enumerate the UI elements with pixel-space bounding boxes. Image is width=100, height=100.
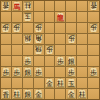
cell-2-9[interactable]: 桂	[77, 89, 88, 99]
cell-2-4[interactable]	[77, 34, 88, 45]
cell-6-9[interactable]: 金	[34, 89, 45, 99]
cell-5-9[interactable]	[45, 89, 56, 99]
cell-7-6[interactable]: 歩	[23, 56, 34, 67]
cell-6-8[interactable]	[34, 78, 45, 89]
cell-3-2[interactable]	[66, 12, 77, 23]
shogi-piece-sente-37[interactable]: 歩	[67, 67, 76, 77]
cell-4-5[interactable]	[55, 45, 66, 56]
cell-7-3[interactable]	[23, 23, 34, 34]
piece-kanji: 玉	[24, 12, 31, 21]
shogi-piece-gote-74[interactable]: 銀	[23, 34, 32, 44]
shogi-piece-sente-89[interactable]: 桂	[12, 89, 21, 99]
shogi-piece-sente-38[interactable]: 玉	[67, 78, 76, 88]
cell-5-7[interactable]	[45, 67, 56, 78]
cell-3-8[interactable]: 玉	[66, 78, 77, 89]
cell-3-9[interactable]: 金	[66, 89, 77, 99]
cell-4-7[interactable]	[55, 67, 66, 78]
cell-8-5[interactable]	[12, 45, 23, 56]
cell-2-8[interactable]	[77, 78, 88, 89]
piece-kanji: 歩	[13, 69, 20, 78]
piece-kanji: 桂	[24, 1, 31, 10]
cell-4-2[interactable]: 龍	[55, 12, 66, 23]
cell-5-5[interactable]: 歩	[45, 45, 56, 56]
cell-9-7[interactable]: 歩	[1, 67, 12, 78]
piece-kanji: 歩	[90, 69, 97, 78]
shogi-piece-gote-11[interactable]: 香	[89, 1, 98, 11]
cell-3-5[interactable]	[66, 45, 77, 56]
piece-kanji: 歩	[68, 34, 75, 43]
piece-kanji: 龍	[57, 14, 64, 23]
cell-6-5[interactable]: 飛	[34, 45, 45, 56]
cell-6-1[interactable]	[34, 1, 45, 12]
shogi-piece-gote-34[interactable]: 歩	[67, 34, 76, 44]
piece-kanji: 銀	[24, 34, 31, 43]
cell-5-6[interactable]	[45, 56, 56, 67]
cell-1-8[interactable]	[88, 78, 99, 89]
cell-6-2[interactable]	[34, 12, 45, 23]
cell-6-4[interactable]: 角	[34, 34, 45, 45]
piece-kanji: 歩	[35, 69, 42, 78]
shogi-piece-gote-65[interactable]: 飛	[34, 45, 43, 55]
cell-3-3[interactable]	[66, 23, 77, 34]
cell-2-1[interactable]	[77, 1, 88, 12]
cell-2-7[interactable]	[77, 67, 88, 78]
shogi-piece-sente-67[interactable]: 歩	[34, 67, 43, 77]
cell-3-4[interactable]: 歩	[66, 34, 77, 45]
cell-5-4[interactable]	[45, 34, 56, 45]
cell-1-5[interactable]	[88, 45, 99, 56]
cell-7-7[interactable]: 銀	[23, 67, 34, 78]
cell-3-1[interactable]	[66, 1, 77, 12]
piece-kanji: 馬	[13, 3, 20, 12]
cell-4-9[interactable]	[55, 89, 66, 99]
shogi-piece-sente-46[interactable]: 歩	[56, 56, 65, 66]
piece-kanji: 玉	[68, 80, 75, 89]
piece-kanji: 桂	[57, 80, 64, 89]
cell-1-7[interactable]: 歩	[88, 67, 99, 78]
cell-4-4[interactable]	[55, 34, 66, 45]
piece-kanji: 香	[2, 1, 9, 10]
cell-7-1[interactable]: 桂	[23, 1, 34, 12]
cell-9-3[interactable]: 歩	[1, 23, 12, 34]
cell-1-4[interactable]	[88, 34, 99, 45]
cell-1-3[interactable]: 歩	[88, 23, 99, 34]
piece-kanji: 香	[90, 1, 97, 10]
shogi-piece-sente-77[interactable]: 銀	[23, 67, 32, 77]
piece-kanji: 桂	[79, 91, 86, 100]
shogi-piece-sente-81[interactable]: 馬	[12, 1, 21, 11]
cell-6-6[interactable]	[34, 56, 45, 67]
cell-8-6[interactable]	[12, 56, 23, 67]
shogi-piece-gote-83[interactable]: 歩	[12, 23, 21, 33]
shogi-piece-gote-71[interactable]: 桂	[23, 1, 32, 11]
piece-kanji: 歩	[46, 45, 53, 54]
piece-kanji: 歩	[2, 23, 9, 32]
cell-8-1[interactable]: 馬	[12, 1, 23, 12]
cell-9-5[interactable]	[1, 45, 12, 56]
cell-7-5[interactable]	[23, 45, 34, 56]
cell-8-2[interactable]	[12, 12, 23, 23]
piece-kanji: 金	[68, 91, 75, 100]
piece-kanji: 金	[35, 91, 42, 100]
shogi-piece-gote-55[interactable]: 歩	[45, 45, 54, 55]
piece-kanji: 飛	[35, 45, 42, 54]
cell-3-6[interactable]: 銀	[66, 56, 77, 67]
cell-2-3[interactable]	[77, 23, 88, 34]
cell-1-1[interactable]: 香	[88, 1, 99, 12]
piece-kanji: 銀	[24, 69, 31, 78]
shogi-piece-gote-63[interactable]: 歩	[34, 23, 43, 33]
shogi-piece-sente-48[interactable]: 桂	[56, 78, 65, 88]
shogi-piece-sente-39[interactable]: 金	[67, 89, 76, 99]
piece-kanji: 歩	[2, 69, 9, 78]
cell-3-7[interactable]: 歩	[66, 67, 77, 78]
cell-5-8[interactable]: 金	[45, 78, 56, 89]
cell-5-2[interactable]	[45, 12, 56, 23]
cell-6-3[interactable]: 歩	[34, 23, 45, 34]
shogi-piece-gote-64[interactable]: 角	[34, 34, 43, 44]
piece-kanji: 歩	[35, 23, 42, 32]
shogi-piece-sente-69[interactable]: 金	[34, 89, 43, 99]
shogi-piece-gote-91[interactable]: 香	[1, 1, 10, 11]
cell-2-2[interactable]	[77, 12, 88, 23]
cell-9-1[interactable]: 香	[1, 1, 12, 12]
cell-8-4[interactable]	[12, 34, 23, 45]
cell-9-9[interactable]: 香	[1, 89, 12, 99]
cell-5-1[interactable]	[45, 1, 56, 12]
cell-8-7[interactable]: 歩	[12, 67, 23, 78]
piece-kanji: 銀	[24, 91, 31, 100]
cell-9-2[interactable]	[1, 12, 12, 23]
shogi-piece-sente-97[interactable]: 歩	[1, 67, 10, 77]
shogi-piece-gote-93[interactable]: 歩	[1, 23, 10, 33]
cell-4-3[interactable]	[55, 23, 66, 34]
piece-kanji: 歩	[24, 58, 31, 67]
cell-9-4[interactable]	[1, 34, 12, 45]
piece-kanji: 銀	[68, 58, 75, 67]
shogi-piece-sente-87[interactable]: 歩	[12, 67, 21, 77]
shogi-piece-gote-13[interactable]: 歩	[89, 23, 98, 33]
cell-4-6[interactable]: 歩	[55, 56, 66, 67]
shogi-piece-sente-29[interactable]: 桂	[78, 89, 87, 99]
piece-kanji: 角	[35, 34, 42, 43]
cell-9-8[interactable]	[1, 78, 12, 89]
shogi-piece-sente-76[interactable]: 歩	[23, 56, 32, 66]
piece-kanji: 金	[46, 80, 53, 89]
shogi-piece-sente-58[interactable]: 金	[45, 78, 54, 88]
cell-7-8[interactable]	[23, 78, 34, 89]
piece-kanji: 歩	[90, 23, 97, 32]
cell-2-5[interactable]	[77, 45, 88, 56]
cell-2-6[interactable]	[77, 56, 88, 67]
cell-1-9[interactable]	[88, 89, 99, 99]
shogi-piece-sente-79[interactable]: 銀	[23, 89, 32, 99]
shogi-piece-sente-17[interactable]: 歩	[89, 67, 98, 77]
cell-1-6[interactable]	[88, 56, 99, 67]
cell-7-9[interactable]: 銀	[23, 89, 34, 99]
shogi-piece-sente-36[interactable]: 銀	[67, 56, 76, 66]
cell-7-4[interactable]: 銀	[23, 34, 34, 45]
piece-kanji: 歩	[68, 69, 75, 78]
piece-kanji: 香	[2, 91, 9, 100]
shogi-piece-sente-99[interactable]: 香	[1, 89, 10, 99]
piece-kanji: 歩	[57, 58, 64, 67]
cell-5-3[interactable]	[45, 23, 56, 34]
piece-kanji: 桂	[13, 91, 20, 100]
cell-8-9[interactable]: 桂	[12, 89, 23, 99]
cell-7-2[interactable]: 玉	[23, 12, 34, 23]
cell-4-1[interactable]	[55, 1, 66, 12]
shogi-board: 香馬桂香玉龍歩歩歩歩銀角歩飛歩歩歩銀歩歩銀歩歩歩金桂玉香桂銀金金桂	[0, 0, 100, 100]
cell-4-8[interactable]: 桂	[55, 78, 66, 89]
cell-8-3[interactable]: 歩	[12, 23, 23, 34]
cell-9-6[interactable]	[1, 56, 12, 67]
cell-6-7[interactable]: 歩	[34, 67, 45, 78]
shogi-piece-sente-42[interactable]: 龍	[56, 12, 65, 22]
cell-1-2[interactable]	[88, 12, 99, 23]
cell-8-8[interactable]	[12, 78, 23, 89]
piece-kanji: 歩	[13, 23, 20, 32]
shogi-piece-gote-72[interactable]: 玉	[23, 12, 32, 22]
